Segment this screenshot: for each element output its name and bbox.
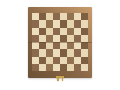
square-g3 [74,49,81,56]
square-a4 [32,42,39,49]
square-g7 [74,20,81,27]
square-c2 [46,57,53,64]
product-photo-background [0,0,120,90]
square-d4 [53,42,60,49]
square-f7 [67,20,74,27]
square-c4 [46,42,53,49]
square-g6 [74,28,81,35]
clasp-prong [62,78,64,81]
square-h7 [81,20,88,27]
square-d6 [53,28,60,35]
square-g8 [74,13,81,20]
square-g2 [74,57,81,64]
square-e1 [60,64,67,71]
square-d3 [53,49,60,56]
square-e7 [60,20,67,27]
square-h2 [81,57,88,64]
square-c7 [46,20,53,27]
square-d1 [53,64,60,71]
square-e5 [60,35,67,42]
square-f1 [67,64,74,71]
square-a5 [32,35,39,42]
fold-seam [28,42,92,43]
square-f2 [67,57,74,64]
square-a7 [32,20,39,27]
square-e4 [60,42,67,49]
square-b5 [39,35,46,42]
folding-chessboard [28,7,92,78]
square-h6 [81,28,88,35]
square-e2 [60,57,67,64]
square-h3 [81,49,88,56]
square-d8 [53,13,60,20]
square-h5 [81,35,88,42]
square-f3 [67,49,74,56]
square-f4 [67,42,74,49]
square-c3 [46,49,53,56]
square-e3 [60,49,67,56]
square-b6 [39,28,46,35]
square-d2 [53,57,60,64]
square-h1 [81,64,88,71]
square-b4 [39,42,46,49]
square-c8 [46,13,53,20]
square-c5 [46,35,53,42]
square-b8 [39,13,46,20]
square-c1 [46,64,53,71]
square-a1 [32,64,39,71]
square-g4 [74,42,81,49]
square-h4 [81,42,88,49]
square-a6 [32,28,39,35]
square-b7 [39,20,46,27]
square-g1 [74,64,81,71]
square-f8 [67,13,74,20]
square-h8 [81,13,88,20]
clasp-prong [57,78,59,81]
square-a2 [32,57,39,64]
square-g5 [74,35,81,42]
square-c6 [46,28,53,35]
square-b2 [39,57,46,64]
square-f5 [67,35,74,42]
square-a3 [32,49,39,56]
square-b3 [39,49,46,56]
square-e6 [60,28,67,35]
square-d5 [53,35,60,42]
square-a8 [32,13,39,20]
square-f6 [67,28,74,35]
clasp-latch [56,76,64,78]
square-b1 [39,64,46,71]
square-d7 [53,20,60,27]
square-e8 [60,13,67,20]
